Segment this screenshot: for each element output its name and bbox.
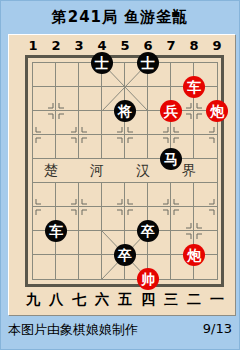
title-bar: 第241局 鱼游釜甑 — [1, 1, 239, 33]
file-label-bottom-3: 七 — [69, 291, 89, 309]
file-label-bottom-1: 九 — [23, 291, 43, 309]
caption-text: 本图片由象棋娘娘制作 — [8, 321, 138, 339]
file-label-top-6: 6 — [138, 38, 158, 53]
piece-red-chariot[interactable]: 车 — [183, 76, 205, 98]
file-label-bottom-6: 四 — [138, 291, 158, 309]
file-label-bottom-2: 八 — [46, 291, 66, 309]
file-label-top-4: 4 — [92, 38, 112, 53]
file-label-top-2: 2 — [46, 38, 66, 53]
file-label-top-3: 3 — [69, 38, 89, 53]
file-label-top-1: 1 — [23, 38, 43, 53]
file-label-bottom-5: 五 — [115, 291, 135, 309]
caption-bar: 本图片由象棋娘娘制作 9/13 — [1, 321, 239, 339]
piece-black-chariot[interactable]: 车 — [45, 220, 67, 242]
file-label-top-5: 5 — [115, 38, 135, 53]
file-label-bottom-4: 六 — [92, 291, 112, 309]
piece-black-advisor-2[interactable]: 士 — [137, 52, 159, 74]
piece-black-pawn-2[interactable]: 卒 — [114, 244, 136, 266]
piece-black-king[interactable]: 将 — [114, 100, 136, 122]
file-label-top-8: 8 — [184, 38, 204, 53]
file-label-top-7: 7 — [161, 38, 181, 53]
file-label-bottom-7: 三 — [161, 291, 181, 309]
piece-black-horse[interactable]: 马 — [160, 148, 182, 170]
piece-red-king[interactable]: 帅 — [137, 268, 159, 290]
page: { "game": "xiangqi", "title": "第241局 鱼游釜… — [0, 0, 240, 350]
board-panel: 123456789九八七六五四三二一楚河汉界士士车将兵炮马车卒卒炮帅 — [8, 34, 235, 315]
piece-red-cannon-2[interactable]: 炮 — [183, 244, 205, 266]
piece-red-cannon-1[interactable]: 炮 — [206, 100, 228, 122]
file-label-top-9: 9 — [207, 38, 227, 53]
file-label-bottom-8: 二 — [184, 291, 204, 309]
piece-black-pawn-1[interactable]: 卒 — [137, 220, 159, 242]
file-label-bottom-9: 一 — [207, 291, 227, 309]
piece-red-pawn[interactable]: 兵 — [160, 100, 182, 122]
piece-black-advisor-1[interactable]: 士 — [91, 52, 113, 74]
game-title: 第241局 鱼游釜甑 — [52, 8, 189, 27]
page-counter: 9/13 — [203, 321, 232, 339]
